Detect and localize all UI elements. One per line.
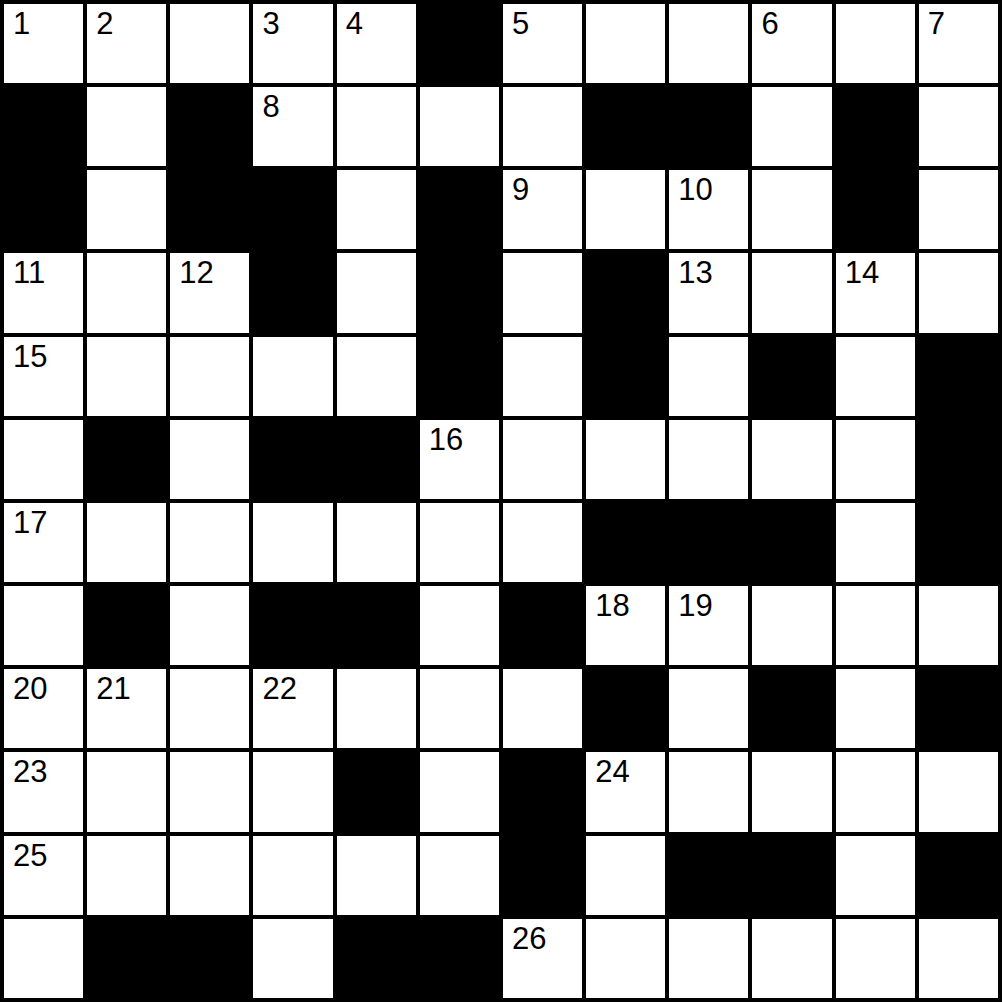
white-cell-r2c6[interactable]: 9 [503,170,582,249]
white-cell-r2c11[interactable] [919,170,998,249]
white-cell-r3c4[interactable] [337,253,416,332]
black-cell-r4c11 [919,337,998,416]
black-cell-r7c6 [503,586,582,665]
black-cell-r7c1 [87,586,166,665]
white-cell-r8c10[interactable] [836,669,915,748]
clue-number-4: 4 [346,8,363,39]
white-cell-r2c8[interactable]: 10 [669,170,748,249]
white-cell-r4c0[interactable]: 15 [4,337,83,416]
black-cell-r5c1 [87,420,166,499]
white-cell-r7c5[interactable] [420,586,499,665]
white-cell-r10c7[interactable] [586,836,665,915]
white-cell-r11c9[interactable] [752,919,831,998]
white-cell-r11c3[interactable] [253,919,332,998]
white-cell-r9c8[interactable] [669,752,748,831]
clue-number-25: 25 [13,840,47,871]
white-cell-r1c4[interactable] [337,87,416,166]
black-cell-r3c5 [420,253,499,332]
clue-number-21: 21 [96,673,130,704]
clue-number-18: 18 [595,590,629,621]
white-cell-r4c8[interactable] [669,337,748,416]
black-cell-r6c11 [919,503,998,582]
white-cell-r10c10[interactable] [836,836,915,915]
black-cell-r9c6 [503,752,582,831]
black-cell-r5c11 [919,420,998,499]
black-cell-r8c9 [752,669,831,748]
black-cell-r0c5 [420,4,499,83]
white-cell-r9c5[interactable] [420,752,499,831]
white-cell-r3c8[interactable]: 13 [669,253,748,332]
white-cell-r6c10[interactable] [836,503,915,582]
white-cell-r7c8[interactable]: 19 [669,586,748,665]
white-cell-r6c3[interactable] [253,503,332,582]
white-cell-r11c11[interactable] [919,919,998,998]
black-cell-r3c7 [586,253,665,332]
clue-number-2: 2 [96,8,113,39]
white-cell-r0c3[interactable]: 3 [253,4,332,83]
white-cell-r3c6[interactable] [503,253,582,332]
white-cell-r11c0[interactable] [4,919,83,998]
black-cell-r5c3 [253,420,332,499]
white-cell-r1c1[interactable] [87,87,166,166]
white-cell-r6c6[interactable] [503,503,582,582]
black-cell-r3c3 [253,253,332,332]
white-cell-r10c0[interactable]: 25 [4,836,83,915]
black-cell-r5c4 [337,420,416,499]
white-cell-r3c11[interactable] [919,253,998,332]
white-cell-r6c4[interactable] [337,503,416,582]
black-cell-r10c6 [503,836,582,915]
black-cell-r1c7 [586,87,665,166]
white-cell-r0c4[interactable]: 4 [337,4,416,83]
black-cell-r2c5 [420,170,499,249]
white-cell-r9c10[interactable] [836,752,915,831]
white-cell-r10c5[interactable] [420,836,499,915]
white-cell-r10c2[interactable] [170,836,249,915]
clue-number-6: 6 [761,8,778,39]
white-cell-r5c8[interactable] [669,420,748,499]
black-cell-r6c7 [586,503,665,582]
black-cell-r9c4 [337,752,416,831]
clue-number-26: 26 [512,923,546,954]
white-cell-r7c0[interactable] [4,586,83,665]
white-cell-r3c1[interactable] [87,253,166,332]
clue-number-5: 5 [512,8,529,39]
clue-number-16: 16 [429,424,463,455]
clue-number-8: 8 [262,91,279,122]
white-cell-r5c7[interactable] [586,420,665,499]
white-cell-r9c7[interactable]: 24 [586,752,665,831]
white-cell-r1c5[interactable] [420,87,499,166]
clue-number-19: 19 [678,590,712,621]
white-cell-r7c2[interactable] [170,586,249,665]
clue-number-20: 20 [13,673,47,704]
white-cell-r4c6[interactable] [503,337,582,416]
black-cell-r11c2 [170,919,249,998]
white-cell-r1c9[interactable] [752,87,831,166]
white-cell-r5c5[interactable]: 16 [420,420,499,499]
black-cell-r1c0 [4,87,83,166]
white-cell-r9c3[interactable] [253,752,332,831]
white-cell-r0c11[interactable]: 7 [919,4,998,83]
white-cell-r2c9[interactable] [752,170,831,249]
crossword-board: 1234567891011121314151617181920212223242… [0,0,1002,1002]
white-cell-r2c1[interactable] [87,170,166,249]
black-cell-r2c10 [836,170,915,249]
white-cell-r5c10[interactable] [836,420,915,499]
clue-number-3: 3 [262,8,279,39]
black-cell-r1c10 [836,87,915,166]
black-cell-r7c4 [337,586,416,665]
black-cell-r8c7 [586,669,665,748]
black-cell-r6c8 [669,503,748,582]
clue-number-7: 7 [928,8,945,39]
white-cell-r4c10[interactable] [836,337,915,416]
white-cell-r0c6[interactable]: 5 [503,4,582,83]
white-cell-r0c7[interactable] [586,4,665,83]
white-cell-r6c5[interactable] [420,503,499,582]
white-cell-r8c1[interactable]: 21 [87,669,166,748]
white-cell-r7c7[interactable]: 18 [586,586,665,665]
white-cell-r8c0[interactable]: 20 [4,669,83,748]
black-cell-r1c2 [170,87,249,166]
black-cell-r1c8 [669,87,748,166]
white-cell-r3c2[interactable]: 12 [170,253,249,332]
clue-number-10: 10 [678,174,712,205]
clue-number-1: 1 [13,8,30,39]
clue-number-11: 11 [13,257,45,288]
white-cell-r5c6[interactable] [503,420,582,499]
white-cell-r8c4[interactable] [337,669,416,748]
white-cell-r1c6[interactable] [503,87,582,166]
white-cell-r6c0[interactable]: 17 [4,503,83,582]
black-cell-r10c11 [919,836,998,915]
white-cell-r4c1[interactable] [87,337,166,416]
white-cell-r5c2[interactable] [170,420,249,499]
white-cell-r0c1[interactable]: 2 [87,4,166,83]
white-cell-r10c1[interactable] [87,836,166,915]
white-cell-r3c10[interactable]: 14 [836,253,915,332]
white-cell-r0c9[interactable]: 6 [752,4,831,83]
white-cell-r10c3[interactable] [253,836,332,915]
white-cell-r5c0[interactable] [4,420,83,499]
black-cell-r10c9 [752,836,831,915]
white-cell-r9c0[interactable]: 23 [4,752,83,831]
white-cell-r7c11[interactable] [919,586,998,665]
white-cell-r3c0[interactable]: 11 [4,253,83,332]
white-cell-r8c3[interactable]: 22 [253,669,332,748]
black-cell-r4c9 [752,337,831,416]
clue-number-14: 14 [845,257,879,288]
clue-number-12: 12 [179,257,213,288]
white-cell-r4c2[interactable] [170,337,249,416]
white-cell-r11c10[interactable] [836,919,915,998]
white-cell-r4c3[interactable] [253,337,332,416]
white-cell-r8c2[interactable] [170,669,249,748]
black-cell-r11c1 [87,919,166,998]
black-cell-r2c0 [4,170,83,249]
white-cell-r9c9[interactable] [752,752,831,831]
clue-number-23: 23 [13,756,47,787]
white-cell-r0c0[interactable]: 1 [4,4,83,83]
black-cell-r11c4 [337,919,416,998]
white-cell-r7c10[interactable] [836,586,915,665]
white-cell-r9c11[interactable] [919,752,998,831]
white-cell-r7c9[interactable] [752,586,831,665]
white-cell-r9c2[interactable] [170,752,249,831]
white-cell-r0c8[interactable] [669,4,748,83]
white-cell-r8c8[interactable] [669,669,748,748]
black-cell-r10c8 [669,836,748,915]
white-cell-r8c5[interactable] [420,669,499,748]
white-cell-r6c1[interactable] [87,503,166,582]
black-cell-r4c5 [420,337,499,416]
black-cell-r4c7 [586,337,665,416]
white-cell-r11c7[interactable] [586,919,665,998]
white-cell-r11c8[interactable] [669,919,748,998]
white-cell-r1c11[interactable] [919,87,998,166]
black-cell-r6c9 [752,503,831,582]
white-cell-r2c4[interactable] [337,170,416,249]
clue-number-24: 24 [595,756,629,787]
black-cell-r11c5 [420,919,499,998]
black-cell-r2c2 [170,170,249,249]
clue-number-22: 22 [262,673,296,704]
white-cell-r6c2[interactable] [170,503,249,582]
white-cell-r5c9[interactable] [752,420,831,499]
black-cell-r2c3 [253,170,332,249]
white-cell-r11c6[interactable]: 26 [503,919,582,998]
white-cell-r4c4[interactable] [337,337,416,416]
white-cell-r10c4[interactable] [337,836,416,915]
black-cell-r8c11 [919,669,998,748]
clue-number-17: 17 [13,507,47,538]
white-cell-r8c6[interactable] [503,669,582,748]
white-cell-r1c3[interactable]: 8 [253,87,332,166]
clue-number-9: 9 [512,174,529,205]
white-cell-r2c7[interactable] [586,170,665,249]
white-cell-r3c9[interactable] [752,253,831,332]
white-cell-r9c1[interactable] [87,752,166,831]
clue-number-15: 15 [13,341,47,372]
black-cell-r7c3 [253,586,332,665]
white-cell-r0c2[interactable] [170,4,249,83]
white-cell-r0c10[interactable] [836,4,915,83]
clue-number-13: 13 [678,257,712,288]
